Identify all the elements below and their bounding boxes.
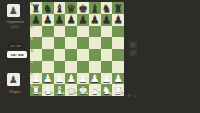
square-c7[interactable]: ♟ — [54, 14, 66, 26]
square-c1[interactable]: c♝ — [54, 84, 66, 96]
square-a4[interactable]: 4 — [30, 49, 42, 61]
pawn-icon: ♟ — [9, 75, 18, 85]
square-d5[interactable] — [65, 37, 77, 49]
rank-label-2: 2 — [31, 73, 33, 76]
square-c3[interactable] — [54, 61, 66, 73]
clock-black: 10:00 — [8, 43, 23, 49]
file-label-a: a — [39, 92, 41, 95]
square-h6[interactable] — [112, 26, 124, 38]
square-d4[interactable] — [65, 49, 77, 61]
square-b2[interactable]: ♟ — [42, 73, 54, 85]
piece-white-pawn: ♟ — [90, 73, 99, 84]
fullscreen-button[interactable]: ⤢ — [129, 49, 137, 56]
piece-black-pawn: ♟ — [90, 14, 99, 25]
piece-black-pawn: ♟ — [43, 14, 52, 25]
square-g4[interactable] — [101, 49, 113, 61]
resize-icon[interactable]: ⤡ — [133, 94, 138, 99]
piece-white-pawn: ♟ — [66, 73, 75, 84]
piece-white-pawn: ♟ — [102, 73, 111, 84]
square-c2[interactable]: ♟ — [54, 73, 66, 85]
diagonal-arrows-icon: ⤢ — [131, 51, 134, 55]
square-f7[interactable]: ♟ — [89, 14, 101, 26]
opponent-rating: (400) — [2, 25, 28, 29]
square-h7[interactable]: ♟ — [112, 14, 124, 26]
rank-label-8: 8 — [31, 3, 33, 6]
square-d7[interactable]: ♟ — [65, 14, 77, 26]
square-b5[interactable] — [42, 37, 54, 49]
square-g1[interactable]: g♞ — [101, 84, 113, 96]
square-d2[interactable]: ♟ — [65, 73, 77, 85]
square-e2[interactable]: ♟ — [77, 73, 89, 85]
square-c4[interactable] — [54, 49, 66, 61]
square-e6[interactable] — [77, 26, 89, 38]
square-d8[interactable]: ♛ — [65, 2, 77, 14]
rank-label-6: 6 — [31, 26, 33, 29]
rank-label-5: 5 — [31, 38, 33, 41]
piece-white-pawn: ♟ — [55, 73, 64, 84]
square-b6[interactable] — [42, 26, 54, 38]
square-g7[interactable]: ♟ — [101, 14, 113, 26]
piece-black-bishop: ♝ — [55, 3, 64, 14]
chess-board: 8♜♞♝♛♚♝♞♜7♟♟♟♟♟♟♟♟65432♟♟♟♟♟♟♟♟1a♜b♞c♝d♛… — [30, 2, 124, 96]
square-g8[interactable]: ♞ — [101, 2, 113, 14]
square-a2[interactable]: 2♟ — [30, 73, 42, 85]
square-g6[interactable] — [101, 26, 113, 38]
square-d6[interactable] — [65, 26, 77, 38]
piece-white-pawn: ♟ — [43, 73, 52, 84]
square-a7[interactable]: 7♟ — [30, 14, 42, 26]
file-label-b: b — [51, 92, 53, 95]
file-label-g: g — [110, 92, 112, 95]
rank-label-4: 4 — [31, 50, 33, 53]
square-g3[interactable] — [101, 61, 113, 73]
square-f2[interactable]: ♟ — [89, 73, 101, 85]
piece-white-pawn: ♟ — [78, 73, 87, 84]
theatre-mode-button[interactable]: ▢ — [129, 41, 137, 48]
clock-white: 10:00 — [7, 51, 27, 58]
square-b3[interactable] — [42, 61, 54, 73]
piece-black-king: ♚ — [78, 3, 87, 14]
piece-black-pawn: ♟ — [78, 14, 87, 25]
file-label-d: d — [74, 92, 76, 95]
file-label-c: c — [63, 92, 65, 95]
square-f6[interactable] — [89, 26, 101, 38]
file-label-h: h — [121, 92, 123, 95]
piece-black-bishop: ♝ — [90, 3, 99, 14]
square-c5[interactable] — [54, 37, 66, 49]
square-f1[interactable]: f♝ — [89, 84, 101, 96]
square-e5[interactable] — [77, 37, 89, 49]
square-c8[interactable]: ♝ — [54, 2, 66, 14]
square-icon: ▢ — [131, 43, 135, 47]
square-e4[interactable] — [77, 49, 89, 61]
square-f8[interactable]: ♝ — [89, 2, 101, 14]
square-d1[interactable]: d♛ — [65, 84, 77, 96]
square-h2[interactable]: ♟ — [112, 73, 124, 85]
square-b4[interactable] — [42, 49, 54, 61]
square-h5[interactable] — [112, 37, 124, 49]
square-e1[interactable]: e♚ — [77, 84, 89, 96]
square-h4[interactable] — [112, 49, 124, 61]
square-g2[interactable]: ♟ — [101, 73, 113, 85]
square-h3[interactable] — [112, 61, 124, 73]
piece-black-rook: ♜ — [113, 3, 122, 14]
square-a5[interactable]: 5 — [30, 37, 42, 49]
square-d3[interactable] — [65, 61, 77, 73]
square-h1[interactable]: h♜ — [112, 84, 124, 96]
player-avatar[interactable]: ♟ — [7, 73, 20, 86]
square-b1[interactable]: b♞ — [42, 84, 54, 96]
player-name[interactable]: Player — [2, 90, 28, 95]
square-g5[interactable] — [101, 37, 113, 49]
rank-label-1: 1 — [31, 85, 33, 88]
square-c6[interactable] — [54, 26, 66, 38]
square-e8[interactable]: ♚ — [77, 2, 89, 14]
piece-black-pawn: ♟ — [113, 14, 122, 25]
square-a3[interactable]: 3 — [30, 61, 42, 73]
square-a6[interactable]: 6 — [30, 26, 42, 38]
square-b8[interactable]: ♞ — [42, 2, 54, 14]
piece-black-pawn: ♟ — [102, 14, 111, 25]
square-f4[interactable] — [89, 49, 101, 61]
square-e7[interactable]: ♟ — [77, 14, 89, 26]
square-a8[interactable]: 8♜ — [30, 2, 42, 14]
square-f5[interactable] — [89, 37, 101, 49]
piece-black-knight: ♞ — [102, 3, 111, 14]
square-h8[interactable]: ♜ — [112, 2, 124, 14]
piece-black-queen: ♛ — [66, 3, 75, 14]
square-b7[interactable]: ♟ — [42, 14, 54, 26]
piece-black-knight: ♞ — [43, 3, 52, 14]
square-e3[interactable] — [77, 61, 89, 73]
square-f3[interactable] — [89, 61, 101, 73]
piece-black-pawn: ♟ — [55, 14, 64, 25]
rank-label-3: 3 — [31, 61, 33, 64]
piece-white-pawn: ♟ — [113, 73, 122, 84]
pawn-icon: ♟ — [9, 6, 18, 16]
square-a1[interactable]: 1a♜ — [30, 84, 42, 96]
piece-black-pawn: ♟ — [66, 14, 75, 25]
opponent-avatar[interactable]: ♟ — [7, 4, 20, 17]
settings-gear-icon[interactable]: ⚙ — [127, 94, 132, 99]
rank-label-7: 7 — [31, 14, 33, 17]
file-label-e: e — [86, 92, 88, 95]
